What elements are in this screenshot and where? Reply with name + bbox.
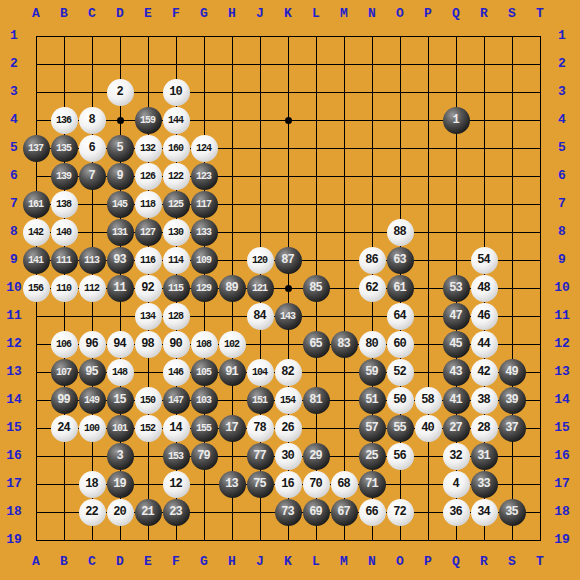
- black-stone-23: 23: [163, 499, 190, 526]
- white-stone-2: 2: [107, 79, 134, 106]
- white-stone-58: 58: [415, 387, 442, 414]
- grid-line-horizontal: [36, 64, 541, 65]
- coordinate-label: G: [191, 554, 217, 570]
- coordinate-label: 3: [549, 84, 575, 100]
- white-stone-120: 120: [247, 247, 274, 274]
- coordinate-label: R: [471, 6, 497, 22]
- grid-line-horizontal: [36, 36, 541, 37]
- black-stone-137: 137: [23, 135, 50, 162]
- coordinate-label: 18: [549, 504, 575, 520]
- coordinate-label: 18: [1, 504, 27, 520]
- white-stone-132: 132: [135, 135, 162, 162]
- white-stone-138: 138: [51, 191, 78, 218]
- white-stone-106: 106: [51, 331, 78, 358]
- white-stone-94: 94: [107, 331, 134, 358]
- white-stone-64: 64: [387, 303, 414, 330]
- coordinate-label: Q: [443, 554, 469, 570]
- coordinate-label: 17: [549, 476, 575, 492]
- coordinate-label: 5: [549, 140, 575, 156]
- coordinate-label: 2: [549, 56, 575, 72]
- coordinate-label: T: [527, 554, 553, 570]
- black-stone-93: 93: [107, 247, 134, 274]
- white-stone-54: 54: [471, 247, 498, 274]
- black-stone-39: 39: [499, 387, 526, 414]
- white-stone-22: 22: [79, 499, 106, 526]
- black-stone-107: 107: [51, 359, 78, 386]
- white-stone-70: 70: [303, 471, 330, 498]
- black-stone-101: 101: [107, 415, 134, 442]
- coordinate-label: K: [275, 6, 301, 22]
- coordinate-label: C: [79, 554, 105, 570]
- black-stone-149: 149: [79, 387, 106, 414]
- black-stone-31: 31: [471, 443, 498, 470]
- coordinate-label: 12: [1, 336, 27, 352]
- coordinate-label: S: [499, 6, 525, 22]
- coordinate-label: F: [163, 6, 189, 22]
- coordinate-label: 6: [1, 168, 27, 184]
- hoshi-point: [285, 117, 292, 124]
- black-stone-21: 21: [135, 499, 162, 526]
- white-stone-36: 36: [443, 499, 470, 526]
- black-stone-145: 145: [107, 191, 134, 218]
- white-stone-136: 136: [51, 107, 78, 134]
- grid-line-horizontal: [36, 540, 541, 541]
- black-stone-57: 57: [359, 415, 386, 442]
- white-stone-66: 66: [359, 499, 386, 526]
- coordinate-label: E: [135, 554, 161, 570]
- coordinate-label: J: [247, 554, 273, 570]
- coordinate-label: 8: [549, 224, 575, 240]
- coordinate-label: 7: [549, 196, 575, 212]
- white-stone-40: 40: [415, 415, 442, 442]
- coordinate-label: P: [415, 6, 441, 22]
- coordinate-label: 3: [1, 84, 27, 100]
- black-stone-81: 81: [303, 387, 330, 414]
- coordinate-label: K: [275, 554, 301, 570]
- white-stone-48: 48: [471, 275, 498, 302]
- coordinate-label: F: [163, 554, 189, 570]
- black-stone-159: 159: [135, 107, 162, 134]
- black-stone-65: 65: [303, 331, 330, 358]
- white-stone-46: 46: [471, 303, 498, 330]
- black-stone-83: 83: [331, 331, 358, 358]
- white-stone-34: 34: [471, 499, 498, 526]
- black-stone-35: 35: [499, 499, 526, 526]
- white-stone-12: 12: [163, 471, 190, 498]
- white-stone-124: 124: [191, 135, 218, 162]
- coordinate-label: S: [499, 554, 525, 570]
- black-stone-151: 151: [247, 387, 274, 414]
- coordinate-label: 16: [1, 448, 27, 464]
- coordinate-label: D: [107, 6, 133, 22]
- black-stone-135: 135: [51, 135, 78, 162]
- coordinate-label: A: [23, 554, 49, 570]
- white-stone-160: 160: [163, 135, 190, 162]
- coordinate-label: E: [135, 6, 161, 22]
- white-stone-10: 10: [163, 79, 190, 106]
- coordinate-label: B: [51, 6, 77, 22]
- black-stone-141: 141: [23, 247, 50, 274]
- black-stone-9: 9: [107, 163, 134, 190]
- coordinate-label: T: [527, 6, 553, 22]
- white-stone-150: 150: [135, 387, 162, 414]
- white-stone-28: 28: [471, 415, 498, 442]
- black-stone-11: 11: [107, 275, 134, 302]
- black-stone-61: 61: [387, 275, 414, 302]
- coordinate-label: 2: [1, 56, 27, 72]
- black-stone-139: 139: [51, 163, 78, 190]
- black-stone-147: 147: [163, 387, 190, 414]
- white-stone-140: 140: [51, 219, 78, 246]
- coordinate-label: M: [331, 554, 357, 570]
- black-stone-99: 99: [51, 387, 78, 414]
- white-stone-52: 52: [387, 359, 414, 386]
- black-stone-33: 33: [471, 471, 498, 498]
- coordinate-label: 4: [549, 112, 575, 128]
- black-stone-91: 91: [219, 359, 246, 386]
- coordinate-label: 10: [549, 280, 575, 296]
- coordinate-label: D: [107, 554, 133, 570]
- black-stone-153: 153: [163, 443, 190, 470]
- coordinate-label: 16: [549, 448, 575, 464]
- coordinate-label: L: [303, 554, 329, 570]
- white-stone-82: 82: [275, 359, 302, 386]
- black-stone-53: 53: [443, 275, 470, 302]
- black-stone-161: 161: [23, 191, 50, 218]
- coordinate-label: 19: [549, 532, 575, 548]
- white-stone-18: 18: [79, 471, 106, 498]
- black-stone-105: 105: [191, 359, 218, 386]
- black-stone-89: 89: [219, 275, 246, 302]
- white-stone-84: 84: [247, 303, 274, 330]
- white-stone-24: 24: [51, 415, 78, 442]
- coordinate-label: 11: [549, 308, 575, 324]
- white-stone-128: 128: [163, 303, 190, 330]
- coordinate-label: N: [359, 6, 385, 22]
- coordinate-label: 6: [549, 168, 575, 184]
- white-stone-44: 44: [471, 331, 498, 358]
- white-stone-42: 42: [471, 359, 498, 386]
- white-stone-32: 32: [443, 443, 470, 470]
- white-stone-108: 108: [191, 331, 218, 358]
- coordinate-label: 1: [1, 28, 27, 44]
- white-stone-118: 118: [135, 191, 162, 218]
- white-stone-26: 26: [275, 415, 302, 442]
- black-stone-41: 41: [443, 387, 470, 414]
- hoshi-point: [285, 285, 292, 292]
- black-stone-25: 25: [359, 443, 386, 470]
- coordinate-label: J: [247, 6, 273, 22]
- black-stone-71: 71: [359, 471, 386, 498]
- coordinate-label: R: [471, 554, 497, 570]
- black-stone-129: 129: [191, 275, 218, 302]
- white-stone-146: 146: [163, 359, 190, 386]
- black-stone-69: 69: [303, 499, 330, 526]
- black-stone-5: 5: [107, 135, 134, 162]
- coordinate-label: O: [387, 6, 413, 22]
- black-stone-47: 47: [443, 303, 470, 330]
- white-stone-92: 92: [135, 275, 162, 302]
- black-stone-121: 121: [247, 275, 274, 302]
- coordinate-label: P: [415, 554, 441, 570]
- black-stone-111: 111: [51, 247, 78, 274]
- coordinate-label: 12: [549, 336, 575, 352]
- white-stone-148: 148: [107, 359, 134, 386]
- black-stone-143: 143: [275, 303, 302, 330]
- white-stone-8: 8: [79, 107, 106, 134]
- coordinate-label: 14: [1, 392, 27, 408]
- coordinate-label: 14: [549, 392, 575, 408]
- black-stone-45: 45: [443, 331, 470, 358]
- coordinate-label: Q: [443, 6, 469, 22]
- white-stone-6: 6: [79, 135, 106, 162]
- black-stone-125: 125: [163, 191, 190, 218]
- white-stone-72: 72: [387, 499, 414, 526]
- black-stone-15: 15: [107, 387, 134, 414]
- coordinate-label: 15: [1, 420, 27, 436]
- black-stone-127: 127: [135, 219, 162, 246]
- white-stone-134: 134: [135, 303, 162, 330]
- black-stone-109: 109: [191, 247, 218, 274]
- black-stone-3: 3: [107, 443, 134, 470]
- white-stone-68: 68: [331, 471, 358, 498]
- coordinate-label: L: [303, 6, 329, 22]
- black-stone-73: 73: [275, 499, 302, 526]
- white-stone-86: 86: [359, 247, 386, 274]
- coordinate-label: 11: [1, 308, 27, 324]
- black-stone-79: 79: [191, 443, 218, 470]
- white-stone-78: 78: [247, 415, 274, 442]
- coordinate-label: G: [191, 6, 217, 22]
- white-stone-20: 20: [107, 499, 134, 526]
- coordinate-label: 19: [1, 532, 27, 548]
- white-stone-100: 100: [79, 415, 106, 442]
- coordinate-label: 17: [1, 476, 27, 492]
- white-stone-4: 4: [443, 471, 470, 498]
- black-stone-113: 113: [79, 247, 106, 274]
- white-stone-126: 126: [135, 163, 162, 190]
- white-stone-80: 80: [359, 331, 386, 358]
- coordinate-label: A: [23, 6, 49, 22]
- white-stone-102: 102: [219, 331, 246, 358]
- black-stone-67: 67: [331, 499, 358, 526]
- black-stone-87: 87: [275, 247, 302, 274]
- coordinate-label: 15: [549, 420, 575, 436]
- black-stone-13: 13: [219, 471, 246, 498]
- black-stone-7: 7: [79, 163, 106, 190]
- coordinate-label: 13: [549, 364, 575, 380]
- white-stone-104: 104: [247, 359, 274, 386]
- white-stone-154: 154: [275, 387, 302, 414]
- black-stone-75: 75: [247, 471, 274, 498]
- black-stone-51: 51: [359, 387, 386, 414]
- white-stone-60: 60: [387, 331, 414, 358]
- coordinate-label: 4: [1, 112, 27, 128]
- hoshi-point: [117, 117, 124, 124]
- white-stone-144: 144: [163, 107, 190, 134]
- white-stone-38: 38: [471, 387, 498, 414]
- coordinate-label: B: [51, 554, 77, 570]
- coordinate-label: 1: [549, 28, 575, 44]
- black-stone-55: 55: [387, 415, 414, 442]
- white-stone-122: 122: [163, 163, 190, 190]
- black-stone-43: 43: [443, 359, 470, 386]
- white-stone-56: 56: [387, 443, 414, 470]
- coordinate-label: N: [359, 554, 385, 570]
- white-stone-90: 90: [163, 331, 190, 358]
- goban-diagram: ABCDEFGHJKLMNOPQRST ABCDEFGHJKLMNOPQRST …: [0, 0, 580, 580]
- white-stone-114: 114: [163, 247, 190, 274]
- coordinate-label: C: [79, 6, 105, 22]
- black-stone-63: 63: [387, 247, 414, 274]
- black-stone-27: 27: [443, 415, 470, 442]
- coordinate-label: M: [331, 6, 357, 22]
- white-stone-110: 110: [51, 275, 78, 302]
- white-stone-156: 156: [23, 275, 50, 302]
- white-stone-98: 98: [135, 331, 162, 358]
- black-stone-85: 85: [303, 275, 330, 302]
- black-stone-117: 117: [191, 191, 218, 218]
- black-stone-1: 1: [443, 107, 470, 134]
- white-stone-112: 112: [79, 275, 106, 302]
- coordinate-label: 9: [549, 252, 575, 268]
- coordinate-label: H: [219, 554, 245, 570]
- black-stone-133: 133: [191, 219, 218, 246]
- coordinate-label: 13: [1, 364, 27, 380]
- white-stone-16: 16: [275, 471, 302, 498]
- white-stone-62: 62: [359, 275, 386, 302]
- coordinate-label: H: [219, 6, 245, 22]
- white-stone-130: 130: [163, 219, 190, 246]
- black-stone-155: 155: [191, 415, 218, 442]
- black-stone-103: 103: [191, 387, 218, 414]
- black-stone-49: 49: [499, 359, 526, 386]
- coordinate-label: O: [387, 554, 413, 570]
- white-stone-14: 14: [163, 415, 190, 442]
- white-stone-50: 50: [387, 387, 414, 414]
- black-stone-29: 29: [303, 443, 330, 470]
- black-stone-19: 19: [107, 471, 134, 498]
- black-stone-37: 37: [499, 415, 526, 442]
- black-stone-59: 59: [359, 359, 386, 386]
- black-stone-131: 131: [107, 219, 134, 246]
- white-stone-96: 96: [79, 331, 106, 358]
- white-stone-116: 116: [135, 247, 162, 274]
- white-stone-30: 30: [275, 443, 302, 470]
- black-stone-123: 123: [191, 163, 218, 190]
- white-stone-88: 88: [387, 219, 414, 246]
- white-stone-152: 152: [135, 415, 162, 442]
- black-stone-77: 77: [247, 443, 274, 470]
- black-stone-17: 17: [219, 415, 246, 442]
- black-stone-115: 115: [163, 275, 190, 302]
- black-stone-95: 95: [79, 359, 106, 386]
- white-stone-142: 142: [23, 219, 50, 246]
